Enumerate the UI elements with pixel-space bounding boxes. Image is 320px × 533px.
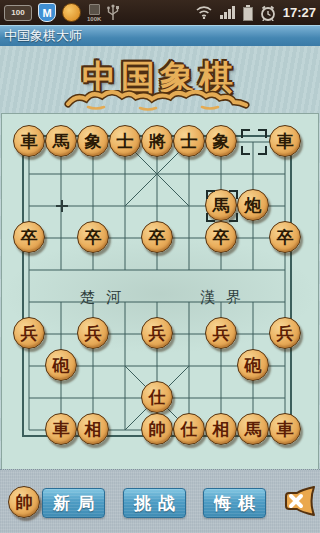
alarm-clock-icon	[260, 5, 276, 21]
piece-卒[interactable]: 卒	[205, 221, 237, 253]
empty-point-marker	[56, 200, 68, 212]
turn-indicator-piece: 帥	[8, 486, 40, 518]
piece-卒[interactable]: 卒	[13, 221, 45, 253]
challenge-button-label: 挑战	[134, 492, 182, 515]
piece-象[interactable]: 象	[77, 125, 109, 157]
piece-兵[interactable]: 兵	[77, 317, 109, 349]
piece-仕[interactable]: 仕	[141, 381, 173, 413]
new-game-button[interactable]: 新局	[42, 488, 105, 518]
xiangqi-board[interactable]: 楚河 漢界 車馬象士將士象車馬炮卒卒卒卒卒兵兵兵兵兵砲砲仕車相帥仕相馬車	[1, 113, 319, 470]
piece-兵[interactable]: 兵	[269, 317, 301, 349]
signal-bars-icon	[220, 6, 236, 19]
title-bar: 中国象棋大师	[0, 25, 320, 46]
battery-100-icon: 100	[4, 5, 32, 21]
piece-兵[interactable]: 兵	[13, 317, 45, 349]
app-title: 中国象棋大师	[0, 27, 82, 45]
banner: 中国象棋	[0, 46, 320, 113]
app-screen: 100 M 100K	[0, 0, 320, 533]
piece-砲[interactable]: 砲	[237, 349, 269, 381]
piece-馬[interactable]: 馬	[237, 413, 269, 445]
piece-車[interactable]: 車	[45, 413, 77, 445]
sound-muted-icon[interactable]	[281, 484, 317, 518]
piece-士[interactable]: 士	[109, 125, 141, 157]
clock-time: 17:27	[283, 5, 316, 20]
piece-卒[interactable]: 卒	[141, 221, 173, 253]
piece-兵[interactable]: 兵	[141, 317, 173, 349]
piece-炮[interactable]: 炮	[237, 189, 269, 221]
undo-move-button[interactable]: 悔棋	[203, 488, 266, 518]
cloud-ornament-icon	[62, 90, 258, 112]
piece-仕[interactable]: 仕	[173, 413, 205, 445]
piece-士[interactable]: 士	[173, 125, 205, 157]
piece-砲[interactable]: 砲	[45, 349, 77, 381]
piece-帥[interactable]: 帥	[141, 413, 173, 445]
status-right-icons: 17:27	[195, 5, 316, 21]
bottom-bar: 帥 新局 挑战 悔棋	[0, 469, 320, 533]
piece-車[interactable]: 車	[269, 125, 301, 157]
piece-車[interactable]: 車	[269, 413, 301, 445]
shield-m-icon: M	[38, 3, 56, 22]
challenge-button[interactable]: 挑战	[123, 488, 186, 518]
last-move-to-marker	[206, 190, 238, 222]
piece-卒[interactable]: 卒	[77, 221, 109, 253]
piece-馬[interactable]: 馬	[45, 125, 77, 157]
status-left-icons: 100 M 100K	[4, 3, 119, 22]
wifi-icon	[195, 6, 213, 19]
counter-cell-icon	[89, 4, 100, 15]
coin-icon	[62, 3, 81, 22]
piece-象[interactable]: 象	[205, 125, 237, 157]
status-bar: 100 M 100K	[0, 0, 320, 25]
battery-icon	[243, 5, 253, 21]
piece-相[interactable]: 相	[77, 413, 109, 445]
new-game-button-label: 新局	[53, 492, 101, 515]
piece-車[interactable]: 車	[13, 125, 45, 157]
piece-卒[interactable]: 卒	[269, 221, 301, 253]
piece-將[interactable]: 將	[141, 125, 173, 157]
piece-相[interactable]: 相	[205, 413, 237, 445]
piece-grid: 車馬象士將士象車馬炮卒卒卒卒卒兵兵兵兵兵砲砲仕車相帥仕相馬車	[13, 125, 301, 445]
usb-icon	[107, 4, 119, 21]
piece-兵[interactable]: 兵	[205, 317, 237, 349]
last-move-from-marker	[241, 129, 267, 155]
counter-100k-icon: 100K	[87, 4, 101, 22]
counter-label: 100K	[87, 16, 101, 22]
undo-move-button-label: 悔棋	[214, 492, 262, 515]
